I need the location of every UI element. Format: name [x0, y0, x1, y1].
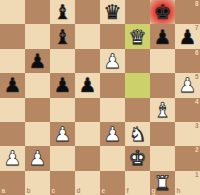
chess-board: ♝♛♚8♝♛♟♟7♟♟6♟♟♟♟5♝4♟♟♞3♟♟♚2abcdef♜g1h	[0, 0, 200, 195]
white-pawn-c3[interactable]: ♟	[54, 124, 72, 144]
square-a6[interactable]	[0, 49, 25, 73]
square-f6[interactable]	[125, 49, 150, 73]
square-h5[interactable]: ♟5	[175, 73, 200, 97]
black-pawn-c5[interactable]: ♟	[54, 75, 72, 95]
square-g3[interactable]	[150, 122, 175, 146]
square-g4[interactable]: ♝	[150, 98, 175, 122]
file-label-f: f	[127, 188, 129, 195]
white-pawn-e6[interactable]: ♟	[104, 50, 122, 70]
white-pawn-h5[interactable]: ♟	[179, 75, 197, 95]
square-d7[interactable]	[75, 24, 100, 48]
square-e2[interactable]	[100, 146, 125, 170]
square-f3[interactable]: ♞	[125, 122, 150, 146]
square-h3[interactable]: 3	[175, 122, 200, 146]
square-a2[interactable]: ♟	[0, 146, 25, 170]
square-e1[interactable]: e	[100, 171, 125, 195]
square-d4[interactable]	[75, 98, 100, 122]
file-label-e: e	[102, 188, 106, 195]
rank-label-8: 8	[195, 1, 199, 8]
black-pawn-g7[interactable]: ♟	[154, 26, 172, 46]
square-f5[interactable]	[125, 73, 150, 97]
square-h4[interactable]: 4	[175, 98, 200, 122]
square-h8[interactable]: 8	[175, 0, 200, 24]
white-pawn-e3[interactable]: ♟	[104, 124, 122, 144]
black-queen-e8[interactable]: ♛	[104, 2, 122, 22]
square-d8[interactable]	[75, 0, 100, 24]
square-e5[interactable]	[100, 73, 125, 97]
file-label-c: c	[52, 188, 56, 195]
square-h7[interactable]: ♟7	[175, 24, 200, 48]
square-a1[interactable]: a	[0, 171, 25, 195]
square-b2[interactable]: ♟	[25, 146, 50, 170]
square-g1[interactable]: ♜g	[150, 171, 175, 195]
square-e7[interactable]	[100, 24, 125, 48]
square-c1[interactable]: c	[50, 171, 75, 195]
square-b7[interactable]	[25, 24, 50, 48]
square-h6[interactable]: 6	[175, 49, 200, 73]
black-bishop-c8[interactable]: ♝	[54, 2, 72, 22]
black-pawn-h7[interactable]: ♟	[179, 26, 197, 46]
square-e3[interactable]: ♟	[100, 122, 125, 146]
black-bishop-c7[interactable]: ♝	[54, 26, 72, 46]
rank-label-6: 6	[195, 50, 199, 57]
square-g5[interactable]	[150, 73, 175, 97]
square-f4[interactable]	[125, 98, 150, 122]
file-label-b: b	[27, 188, 31, 195]
square-c5[interactable]: ♟	[50, 73, 75, 97]
square-a7[interactable]	[0, 24, 25, 48]
square-e6[interactable]: ♟	[100, 49, 125, 73]
square-e8[interactable]: ♛	[100, 0, 125, 24]
square-a8[interactable]	[0, 0, 25, 24]
white-pawn-a2[interactable]: ♟	[4, 148, 22, 168]
rank-label-3: 3	[195, 123, 199, 130]
square-c4[interactable]	[50, 98, 75, 122]
square-c3[interactable]: ♟	[50, 122, 75, 146]
square-b3[interactable]	[25, 122, 50, 146]
black-pawn-b6[interactable]: ♟	[29, 50, 47, 70]
square-a5[interactable]: ♟	[0, 73, 25, 97]
black-pawn-a5[interactable]: ♟	[4, 75, 22, 95]
rank-label-1: 1	[195, 172, 199, 179]
square-f8[interactable]	[125, 0, 150, 24]
square-e4[interactable]	[100, 98, 125, 122]
square-g6[interactable]	[150, 49, 175, 73]
rank-label-2: 2	[195, 147, 199, 154]
square-b1[interactable]: b	[25, 171, 50, 195]
square-g7[interactable]: ♟	[150, 24, 175, 48]
square-b8[interactable]	[25, 0, 50, 24]
square-h1[interactable]: 1h	[175, 171, 200, 195]
square-c6[interactable]	[50, 49, 75, 73]
file-label-h: h	[177, 188, 181, 195]
white-king-f2[interactable]: ♚	[129, 148, 147, 168]
white-pawn-b2[interactable]: ♟	[29, 148, 47, 168]
white-knight-f3[interactable]: ♞	[129, 124, 147, 144]
square-c2[interactable]	[50, 146, 75, 170]
file-label-d: d	[77, 188, 81, 195]
square-b5[interactable]	[25, 73, 50, 97]
square-b6[interactable]: ♟	[25, 49, 50, 73]
file-label-a: a	[2, 188, 6, 195]
white-queen-f7[interactable]: ♛	[129, 26, 147, 46]
white-rook-g1[interactable]: ♜	[154, 172, 172, 192]
white-bishop-g4[interactable]: ♝	[154, 99, 172, 119]
square-a4[interactable]	[0, 98, 25, 122]
square-f1[interactable]: f	[125, 171, 150, 195]
square-c8[interactable]: ♝	[50, 0, 75, 24]
square-d5[interactable]: ♟	[75, 73, 100, 97]
square-c7[interactable]: ♝	[50, 24, 75, 48]
square-d1[interactable]: d	[75, 171, 100, 195]
square-h2[interactable]: 2	[175, 146, 200, 170]
square-d2[interactable]	[75, 146, 100, 170]
square-f7[interactable]: ♛	[125, 24, 150, 48]
square-g8[interactable]: ♚	[150, 0, 175, 24]
square-g2[interactable]	[150, 146, 175, 170]
square-d6[interactable]	[75, 49, 100, 73]
square-b4[interactable]	[25, 98, 50, 122]
square-f2[interactable]: ♚	[125, 146, 150, 170]
square-a3[interactable]	[0, 122, 25, 146]
black-pawn-d5[interactable]: ♟	[79, 75, 97, 95]
black-king-g8[interactable]: ♚	[154, 2, 172, 22]
rank-label-4: 4	[195, 99, 199, 106]
square-d3[interactable]	[75, 122, 100, 146]
